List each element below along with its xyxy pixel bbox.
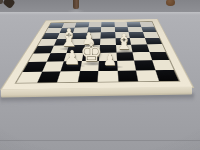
white-pawn[interactable]: ♟ bbox=[99, 52, 121, 67]
pawn-glyph: ♟ bbox=[103, 50, 117, 69]
bishop-glyph: ♝ bbox=[115, 30, 134, 54]
pieces-layer: ♝♟♝♚♟♟ bbox=[0, 0, 200, 150]
pawn-glyph: ♟ bbox=[63, 46, 80, 68]
white-pawn[interactable]: ♟ bbox=[61, 48, 83, 66]
photo: ♝♟♝♚♟♟ bbox=[0, 0, 200, 150]
